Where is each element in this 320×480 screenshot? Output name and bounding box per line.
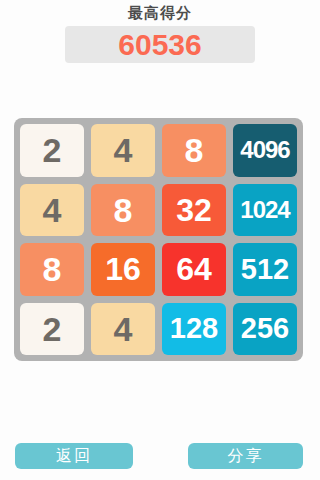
best-score-box: 60536 (65, 26, 255, 63)
tile-4: 4 (20, 184, 84, 237)
tile-2: 2 (20, 303, 84, 356)
tile-64: 64 (162, 243, 226, 296)
board[interactable]: 2484096483210248166451224128256 (14, 118, 303, 361)
tile-16: 16 (91, 243, 155, 296)
app-screen: 最高得分 60536 24840964832102481664512241282… (0, 0, 320, 480)
tile-4: 4 (91, 303, 155, 356)
tile-8: 8 (162, 124, 226, 177)
tile-8: 8 (91, 184, 155, 237)
tile-8: 8 (20, 243, 84, 296)
back-button[interactable]: 返回 (15, 443, 133, 469)
tile-1024: 1024 (233, 184, 297, 237)
tile-512: 512 (233, 243, 297, 296)
share-button[interactable]: 分享 (188, 443, 303, 469)
tile-32: 32 (162, 184, 226, 237)
tile-256: 256 (233, 303, 297, 356)
tile-2: 2 (20, 124, 84, 177)
best-score-label: 最高得分 (0, 4, 320, 23)
tile-4096: 4096 (233, 124, 297, 177)
best-score-value: 60536 (118, 28, 201, 62)
tile-4: 4 (91, 124, 155, 177)
tile-128: 128 (162, 303, 226, 356)
